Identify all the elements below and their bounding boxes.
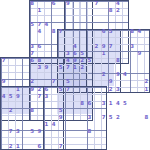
given-digit: 7: [100, 114, 107, 121]
given-digit: 4: [43, 21, 50, 28]
given-digit: 7: [64, 64, 71, 71]
given-digit: 6: [50, 0, 57, 7]
given-digit: 5: [57, 86, 64, 93]
given-digit: 2: [93, 43, 100, 50]
given-digit: 2: [79, 64, 86, 71]
given-digit: 8: [107, 7, 114, 14]
given-digit: 5: [64, 79, 71, 86]
given-digit: 7: [57, 29, 64, 36]
given-digit: 8: [114, 57, 121, 64]
given-digit: 9: [64, 0, 71, 7]
given-digit: 8: [129, 29, 136, 36]
given-digit: 4: [71, 43, 78, 50]
given-digit: 2: [7, 143, 14, 150]
given-digit: 5: [29, 21, 36, 28]
given-digit: 3: [100, 100, 107, 107]
given-digit: 7: [93, 0, 100, 7]
given-digit: 1: [43, 121, 50, 128]
given-digit: 9: [100, 43, 107, 50]
given-digit: 8: [86, 129, 93, 136]
given-digit: 8: [29, 0, 36, 7]
given-digit: 4: [0, 93, 7, 100]
given-digit: 7: [64, 86, 71, 93]
given-digit: 1: [143, 86, 150, 93]
given-digit: 9: [136, 50, 143, 57]
given-digit: 4: [136, 29, 143, 36]
given-digit: 4: [114, 100, 121, 107]
given-digit: 9: [14, 93, 21, 100]
given-digit: 6: [100, 29, 107, 36]
given-digit: 3: [14, 129, 21, 136]
given-digit: 2: [36, 86, 43, 93]
given-digit: 1: [14, 86, 21, 93]
given-digit: 5: [57, 64, 64, 71]
sudoku-puzzle-thumbnail[interactable]: 8697418257448765843642973736519768492583…: [0, 0, 150, 150]
given-digit: 8: [29, 107, 36, 114]
given-digit: 2: [100, 71, 107, 78]
given-digit: 9: [107, 79, 114, 86]
given-digit: 8: [143, 114, 150, 121]
given-digit: 3: [129, 43, 136, 50]
given-digit: 6: [29, 57, 36, 64]
given-digit: 1: [71, 64, 78, 71]
given-digit: 5: [86, 57, 93, 64]
given-digit: 4: [36, 29, 43, 36]
given-digit: 3: [29, 43, 36, 50]
given-digit: 1: [36, 7, 43, 14]
given-digit: 9: [29, 86, 36, 93]
given-digit: 6: [36, 143, 43, 150]
given-digit: 9: [114, 71, 121, 78]
given-digit: 3: [86, 114, 93, 121]
given-digit: 2: [29, 79, 36, 86]
given-digit: 6: [36, 43, 43, 50]
given-digit: 9: [0, 79, 7, 86]
given-digit: 7: [57, 143, 64, 150]
given-digit: 6: [86, 100, 93, 107]
given-digit: 1: [107, 100, 114, 107]
given-digit: 9: [43, 64, 50, 71]
given-digit: 4: [121, 71, 128, 78]
given-digit: 3: [36, 64, 43, 71]
given-digit: 2: [7, 107, 14, 114]
given-digit: 5: [121, 100, 128, 107]
given-digit: 7: [0, 57, 7, 64]
given-digit: 3: [43, 93, 50, 100]
given-digit: 5: [29, 129, 36, 136]
gattai-sudoku-board: 8697418257448765843642973736519768492583…: [0, 0, 150, 150]
given-digit: 7: [7, 129, 14, 136]
given-digit: 2: [143, 79, 150, 86]
given-digit: 7: [50, 79, 57, 86]
subgrid-bottom-center: [43, 86, 107, 150]
given-digit: 5: [107, 114, 114, 121]
given-digit: 3: [114, 86, 121, 93]
given-digit: 5: [7, 93, 14, 100]
given-digit: 8: [79, 100, 86, 107]
given-digit: 4: [50, 121, 57, 128]
given-digit: 9: [57, 114, 64, 121]
given-digit: 7: [36, 93, 43, 100]
given-digit: 8: [50, 29, 57, 36]
given-digit: 7: [107, 43, 114, 50]
given-digit: 2: [114, 7, 121, 14]
given-digit: 2: [107, 86, 114, 93]
given-digit: 1: [14, 143, 21, 150]
given-digit: 9: [36, 129, 43, 136]
given-digit: 2: [114, 114, 121, 121]
given-digit: 1: [100, 50, 107, 57]
given-digit: 5: [107, 29, 114, 36]
given-digit: 6: [43, 86, 50, 93]
